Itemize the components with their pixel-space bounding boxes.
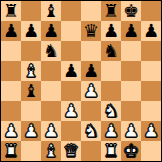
square-h2[interactable]: ♟ [141,121,161,141]
piece-black-pawn-h7[interactable]: ♟ [143,21,159,41]
square-g7[interactable]: ♟ [121,21,141,41]
piece-white-pawn-h2[interactable]: ♟ [143,121,159,141]
square-f4[interactable] [101,81,121,101]
square-g2[interactable]: ♟ [121,121,141,141]
square-a5[interactable] [1,61,21,81]
square-d7[interactable] [61,21,81,41]
square-h1[interactable] [141,141,161,161]
piece-black-pawn-f7[interactable]: ♟ [103,21,119,41]
piece-white-pawn-f2[interactable]: ♟ [103,121,119,141]
square-h3[interactable] [141,101,161,121]
piece-black-pawn-c7[interactable]: ♟ [43,21,59,41]
piece-white-pawn-b2[interactable]: ♟ [23,121,39,141]
piece-black-pawn-b7[interactable]: ♟ [23,21,39,41]
square-c4[interactable] [41,81,61,101]
square-h7[interactable]: ♟ [141,21,161,41]
square-c8[interactable]: ♝ [41,1,61,21]
piece-white-bishop-c1[interactable]: ♝ [43,141,59,161]
piece-black-bishop-c8[interactable]: ♝ [43,1,59,21]
square-a3[interactable] [1,101,21,121]
piece-white-rook-f1[interactable]: ♜ [103,141,119,161]
square-e8[interactable] [81,1,101,21]
square-b4[interactable]: ♝ [21,81,41,101]
square-d4[interactable] [61,81,81,101]
piece-white-pawn-e4[interactable]: ♟ [83,81,99,101]
piece-white-knight-f3[interactable]: ♞ [103,101,119,121]
square-g5[interactable] [121,61,141,81]
square-d8[interactable] [61,1,81,21]
square-b2[interactable]: ♟ [21,121,41,141]
chess-board: ♜♝♜♚♟♟♟♛♟♟♟♞♞♝♟♟♝♟♟♞♟♟♟♞♟♟♟♜♝♛♜♚ [0,0,162,162]
square-h8[interactable] [141,1,161,21]
square-g3[interactable] [121,101,141,121]
square-f1[interactable]: ♜ [101,141,121,161]
square-f5[interactable] [101,61,121,81]
square-e3[interactable] [81,101,101,121]
square-f8[interactable]: ♜ [101,1,121,21]
square-e2[interactable]: ♞ [81,121,101,141]
square-a2[interactable]: ♟ [1,121,21,141]
square-e7[interactable]: ♛ [81,21,101,41]
square-d2[interactable] [61,121,81,141]
square-g8[interactable]: ♚ [121,1,141,21]
piece-black-rook-f8[interactable]: ♜ [103,1,119,21]
square-e1[interactable] [81,141,101,161]
square-c7[interactable]: ♟ [41,21,61,41]
square-a8[interactable]: ♜ [1,1,21,21]
square-b6[interactable] [21,41,41,61]
square-a4[interactable] [1,81,21,101]
square-c2[interactable]: ♟ [41,121,61,141]
piece-black-pawn-a7[interactable]: ♟ [3,21,19,41]
piece-white-pawn-c2[interactable]: ♟ [43,121,59,141]
piece-black-bishop-b4[interactable]: ♝ [23,81,39,101]
square-e4[interactable]: ♟ [81,81,101,101]
square-g1[interactable]: ♚ [121,141,141,161]
square-c6[interactable]: ♞ [41,41,61,61]
square-d1[interactable]: ♛ [61,141,81,161]
square-c5[interactable] [41,61,61,81]
square-f7[interactable]: ♟ [101,21,121,41]
piece-white-pawn-d3[interactable]: ♟ [63,101,79,121]
piece-black-knight-f6[interactable]: ♞ [103,41,119,61]
piece-black-king-g8[interactable]: ♚ [123,1,139,21]
square-h4[interactable] [141,81,161,101]
square-a1[interactable]: ♜ [1,141,21,161]
square-d5[interactable]: ♟ [61,61,81,81]
piece-white-king-g1[interactable]: ♚ [123,141,139,161]
square-b7[interactable]: ♟ [21,21,41,41]
square-e6[interactable] [81,41,101,61]
square-a7[interactable]: ♟ [1,21,21,41]
square-b1[interactable] [21,141,41,161]
piece-black-pawn-g7[interactable]: ♟ [123,21,139,41]
square-d3[interactable]: ♟ [61,101,81,121]
piece-white-queen-d1[interactable]: ♛ [63,141,79,161]
piece-black-knight-c6[interactable]: ♞ [43,41,59,61]
square-g4[interactable] [121,81,141,101]
piece-white-knight-e2[interactable]: ♞ [83,121,99,141]
square-c1[interactable]: ♝ [41,141,61,161]
piece-white-pawn-a2[interactable]: ♟ [3,121,19,141]
piece-white-bishop-b5[interactable]: ♝ [23,61,39,81]
piece-black-pawn-d5[interactable]: ♟ [63,61,79,81]
piece-white-pawn-g2[interactable]: ♟ [123,121,139,141]
square-h5[interactable] [141,61,161,81]
piece-black-rook-a8[interactable]: ♜ [3,1,19,21]
square-f2[interactable]: ♟ [101,121,121,141]
square-b3[interactable] [21,101,41,121]
square-a6[interactable] [1,41,21,61]
square-f6[interactable]: ♞ [101,41,121,61]
square-f3[interactable]: ♞ [101,101,121,121]
square-g6[interactable] [121,41,141,61]
piece-black-queen-e7[interactable]: ♛ [83,21,99,41]
square-c3[interactable] [41,101,61,121]
square-h6[interactable] [141,41,161,61]
piece-white-rook-a1[interactable]: ♜ [3,141,19,161]
square-b8[interactable] [21,1,41,21]
square-b5[interactable]: ♝ [21,61,41,81]
square-d6[interactable] [61,41,81,61]
piece-black-pawn-e5[interactable]: ♟ [83,61,99,81]
square-e5[interactable]: ♟ [81,61,101,81]
chess-diagram: ♜♝♜♚♟♟♟♛♟♟♟♞♞♝♟♟♝♟♟♞♟♟♟♞♟♟♟♜♝♛♜♚ [0,0,162,162]
